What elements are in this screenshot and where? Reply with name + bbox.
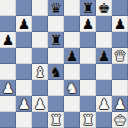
square-e8[interactable] xyxy=(64,0,80,16)
square-d4[interactable]: ♞ xyxy=(48,64,64,80)
white-pawn-piece[interactable]: ♟ xyxy=(34,96,47,112)
square-h7[interactable]: ♟ xyxy=(112,16,128,32)
square-e3[interactable]: ♞ xyxy=(64,80,80,96)
square-b2[interactable]: ♟ xyxy=(16,96,32,112)
white-king-piece[interactable]: ♚ xyxy=(114,112,127,128)
square-d1[interactable]: ♜ xyxy=(48,112,64,128)
square-a2[interactable] xyxy=(0,96,16,112)
square-h2[interactable]: ♟ xyxy=(112,96,128,112)
square-h4[interactable] xyxy=(112,64,128,80)
black-knight-piece[interactable]: ♞ xyxy=(50,64,63,80)
square-f7[interactable]: ♟ xyxy=(80,16,96,32)
square-h8[interactable] xyxy=(112,0,128,16)
black-pawn-piece[interactable]: ♟ xyxy=(114,16,127,32)
square-h6[interactable] xyxy=(112,32,128,48)
chess-board: ♛♜♚♟♟♟♟♜♟♟♛♝♞♟♞♟♟♟♟♜♜♚ xyxy=(0,0,128,128)
square-f2[interactable] xyxy=(80,96,96,112)
square-b4[interactable] xyxy=(16,64,32,80)
white-bishop-piece[interactable]: ♝ xyxy=(34,64,47,80)
square-d2[interactable] xyxy=(48,96,64,112)
square-f6[interactable] xyxy=(80,32,96,48)
square-a5[interactable] xyxy=(0,48,16,64)
square-g2[interactable]: ♟ xyxy=(96,96,112,112)
black-rook-piece[interactable]: ♜ xyxy=(82,0,95,16)
square-g5[interactable]: ♟ xyxy=(96,48,112,64)
square-a6[interactable]: ♟ xyxy=(0,32,16,48)
square-c4[interactable]: ♝ xyxy=(32,64,48,80)
square-h1[interactable]: ♚ xyxy=(112,112,128,128)
square-a8[interactable] xyxy=(0,0,16,16)
white-knight-piece[interactable]: ♞ xyxy=(66,80,79,96)
square-e1[interactable] xyxy=(64,112,80,128)
square-f1[interactable]: ♜ xyxy=(80,112,96,128)
white-pawn-piece[interactable]: ♟ xyxy=(18,96,31,112)
square-c6[interactable] xyxy=(32,32,48,48)
white-pawn-piece[interactable]: ♟ xyxy=(114,96,127,112)
square-c8[interactable] xyxy=(32,0,48,16)
square-g7[interactable] xyxy=(96,16,112,32)
square-g8[interactable]: ♚ xyxy=(96,0,112,16)
black-pawn-piece[interactable]: ♟ xyxy=(98,48,111,64)
square-e6[interactable] xyxy=(64,32,80,48)
square-e2[interactable] xyxy=(64,96,80,112)
square-b6[interactable] xyxy=(16,32,32,48)
black-rook-piece[interactable]: ♜ xyxy=(50,32,63,48)
square-b5[interactable] xyxy=(16,48,32,64)
square-b8[interactable] xyxy=(16,0,32,16)
square-a7[interactable] xyxy=(0,16,16,32)
black-pawn-piece[interactable]: ♟ xyxy=(2,32,15,48)
square-c7[interactable] xyxy=(32,16,48,32)
black-pawn-piece[interactable]: ♟ xyxy=(82,16,95,32)
square-h3[interactable] xyxy=(112,80,128,96)
square-c2[interactable]: ♟ xyxy=(32,96,48,112)
square-e7[interactable] xyxy=(64,16,80,32)
square-c5[interactable] xyxy=(32,48,48,64)
square-g1[interactable] xyxy=(96,112,112,128)
square-g4[interactable] xyxy=(96,64,112,80)
white-rook-piece[interactable]: ♜ xyxy=(82,112,95,128)
square-d8[interactable]: ♛ xyxy=(48,0,64,16)
square-h5[interactable]: ♛ xyxy=(112,48,128,64)
square-e4[interactable] xyxy=(64,64,80,80)
black-pawn-piece[interactable]: ♟ xyxy=(18,16,31,32)
white-rook-piece[interactable]: ♜ xyxy=(50,112,63,128)
square-c1[interactable] xyxy=(32,112,48,128)
square-f4[interactable] xyxy=(80,64,96,80)
square-c3[interactable] xyxy=(32,80,48,96)
square-b1[interactable] xyxy=(16,112,32,128)
black-pawn-piece[interactable]: ♟ xyxy=(66,48,79,64)
square-g3[interactable] xyxy=(96,80,112,96)
square-f5[interactable] xyxy=(80,48,96,64)
square-f3[interactable] xyxy=(80,80,96,96)
square-a4[interactable] xyxy=(0,64,16,80)
square-d7[interactable] xyxy=(48,16,64,32)
square-a3[interactable]: ♟ xyxy=(0,80,16,96)
square-e5[interactable]: ♟ xyxy=(64,48,80,64)
white-pawn-piece[interactable]: ♟ xyxy=(2,80,15,96)
black-king-piece[interactable]: ♚ xyxy=(98,0,111,16)
square-d3[interactable] xyxy=(48,80,64,96)
black-queen-piece[interactable]: ♛ xyxy=(50,0,63,16)
square-g6[interactable] xyxy=(96,32,112,48)
square-a1[interactable] xyxy=(0,112,16,128)
white-queen-piece[interactable]: ♛ xyxy=(114,48,127,64)
square-b7[interactable]: ♟ xyxy=(16,16,32,32)
square-f8[interactable]: ♜ xyxy=(80,0,96,16)
square-d5[interactable] xyxy=(48,48,64,64)
square-b3[interactable] xyxy=(16,80,32,96)
white-pawn-piece[interactable]: ♟ xyxy=(98,96,111,112)
square-d6[interactable]: ♜ xyxy=(48,32,64,48)
